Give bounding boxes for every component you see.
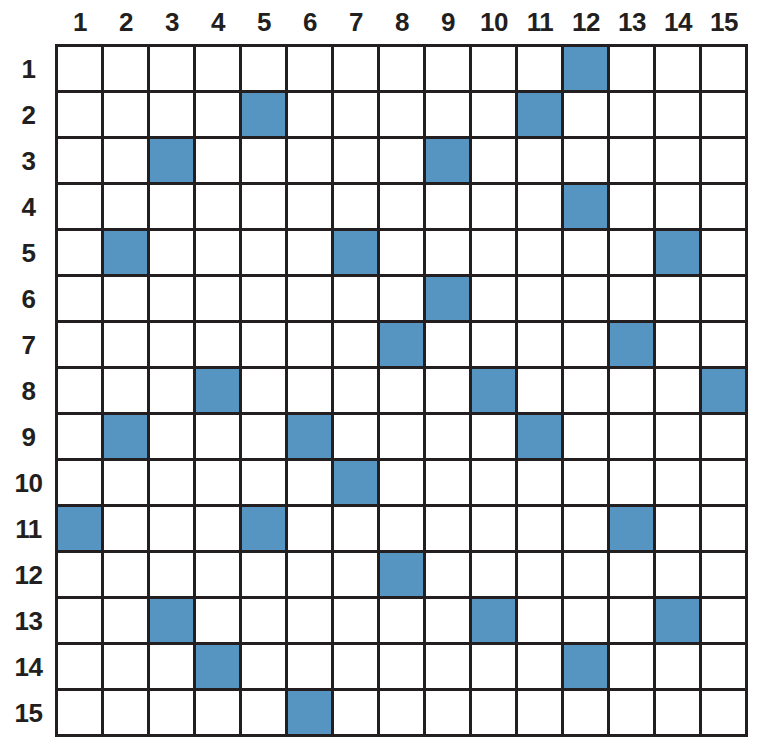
grid-cell-filled-r11c1[interactable] (58, 507, 101, 550)
grid-cell-r5c5[interactable] (242, 231, 285, 274)
grid-cell-r14c8[interactable] (380, 645, 423, 688)
grid-cell-r14c10[interactable] (472, 645, 515, 688)
grid-cell-r7c15[interactable] (702, 323, 745, 366)
grid-cell-r14c15[interactable] (702, 645, 745, 688)
grid-cell-r6c6[interactable] (288, 277, 331, 320)
grid-cell-r3c4[interactable] (196, 139, 239, 182)
grid-cell-r2c2[interactable] (104, 93, 147, 136)
grid-cell-r13c5[interactable] (242, 599, 285, 642)
grid-cell-r10c10[interactable] (472, 461, 515, 504)
grid-cell-r7c4[interactable] (196, 323, 239, 366)
grid-cell-r1c9[interactable] (426, 47, 469, 90)
grid-cell-r7c9[interactable] (426, 323, 469, 366)
grid-cell-r1c11[interactable] (518, 47, 561, 90)
row-label-2: 2 (22, 102, 36, 128)
grid-cell-r3c15[interactable] (702, 139, 745, 182)
corner-spacer (2, 0, 55, 44)
grid-cell-r3c13[interactable] (610, 139, 653, 182)
grid-cell-r8c7[interactable] (334, 369, 377, 412)
grid-cell-r10c13[interactable] (610, 461, 653, 504)
grid-cell-filled-r9c11[interactable] (518, 415, 561, 458)
grid-cell-filled-r13c3[interactable] (150, 599, 193, 642)
grid-cell-r8c2[interactable] (104, 369, 147, 412)
grid-cell-r10c8[interactable] (380, 461, 423, 504)
grid-cell-r6c8[interactable] (380, 277, 423, 320)
grid-cell-r1c3[interactable] (150, 47, 193, 90)
grid-cell-r5c10[interactable] (472, 231, 515, 274)
column-labels: 123456789101112131415 (55, 0, 760, 44)
grid-cell-r10c12[interactable] (564, 461, 607, 504)
row-label-1: 1 (22, 56, 36, 82)
grid-cell-r15c1[interactable] (58, 691, 101, 734)
grid-cell-r10c15[interactable] (702, 461, 745, 504)
grid-cell-r11c8[interactable] (380, 507, 423, 550)
row-label-12: 12 (15, 562, 43, 588)
row-label-6: 6 (22, 286, 36, 312)
grid-cell-r1c2[interactable] (104, 47, 147, 90)
grid-cell-r5c9[interactable] (426, 231, 469, 274)
grid-cell-r3c14[interactable] (656, 139, 699, 182)
grid-cell-r13c4[interactable] (196, 599, 239, 642)
grid-cell-r7c2[interactable] (104, 323, 147, 366)
grid-cell-r9c3[interactable] (150, 415, 193, 458)
grid-cell-filled-r9c2[interactable] (104, 415, 147, 458)
row-label-8: 8 (22, 378, 36, 404)
grid-cell-r14c6[interactable] (288, 645, 331, 688)
grid-cell-r6c2[interactable] (104, 277, 147, 320)
grid-cell-r14c3[interactable] (150, 645, 193, 688)
grid-cell-r5c3[interactable] (150, 231, 193, 274)
grid-cell-r7c14[interactable] (656, 323, 699, 366)
grid-cell-r6c4[interactable] (196, 277, 239, 320)
grid-cell-filled-r3c3[interactable] (150, 139, 193, 182)
grid-cell-r12c3[interactable] (150, 553, 193, 596)
grid-cell-r1c15[interactable] (702, 47, 745, 90)
grid-cell-filled-r12c8[interactable] (380, 553, 423, 596)
grid-cell-r12c10[interactable] (472, 553, 515, 596)
grid-cell-r12c14[interactable] (656, 553, 699, 596)
grid-cell-r2c7[interactable] (334, 93, 377, 136)
grid-cell-r10c14[interactable] (656, 461, 699, 504)
grid-cell-r15c7[interactable] (334, 691, 377, 734)
grid-cell-r1c14[interactable] (656, 47, 699, 90)
grid-cell-r14c7[interactable] (334, 645, 377, 688)
grid-cell-r13c15[interactable] (702, 599, 745, 642)
grid-cell-r15c4[interactable] (196, 691, 239, 734)
col-label-3: 3 (165, 9, 179, 35)
grid-cell-r2c1[interactable] (58, 93, 101, 136)
grid-cell-r9c14[interactable] (656, 415, 699, 458)
puzzle-grid (55, 44, 748, 737)
grid-cell-r15c3[interactable] (150, 691, 193, 734)
grid-cell-filled-r9c6[interactable] (288, 415, 331, 458)
grid-cell-r7c6[interactable] (288, 323, 331, 366)
grid-cell-r3c6[interactable] (288, 139, 331, 182)
grid-cell-r4c10[interactable] (472, 185, 515, 228)
grid-cell-r6c13[interactable] (610, 277, 653, 320)
grid-cell-r3c7[interactable] (334, 139, 377, 182)
grid-cell-r3c11[interactable] (518, 139, 561, 182)
grid-cell-r12c2[interactable] (104, 553, 147, 596)
grid-cell-r10c6[interactable] (288, 461, 331, 504)
grid-cell-r7c5[interactable] (242, 323, 285, 366)
grid-cell-r4c4[interactable] (196, 185, 239, 228)
grid-cell-r2c8[interactable] (380, 93, 423, 136)
row-label-14: 14 (15, 654, 43, 680)
grid-cell-r9c13[interactable] (610, 415, 653, 458)
grid-cell-r15c14[interactable] (656, 691, 699, 734)
grid-cell-r11c9[interactable] (426, 507, 469, 550)
grid-cell-r8c3[interactable] (150, 369, 193, 412)
grid-cell-r8c6[interactable] (288, 369, 331, 412)
grid-cell-r1c4[interactable] (196, 47, 239, 90)
grid-cell-r9c4[interactable] (196, 415, 239, 458)
row-label-13: 13 (15, 608, 43, 634)
row-label-4: 4 (22, 194, 36, 220)
grid-cell-r2c3[interactable] (150, 93, 193, 136)
grid-cell-r4c6[interactable] (288, 185, 331, 228)
grid-cell-r1c6[interactable] (288, 47, 331, 90)
grid-cell-filled-r5c2[interactable] (104, 231, 147, 274)
grid-cell-r4c2[interactable] (104, 185, 147, 228)
grid-cell-r13c7[interactable] (334, 599, 377, 642)
grid-cell-r7c11[interactable] (518, 323, 561, 366)
grid-cell-r15c2[interactable] (104, 691, 147, 734)
grid-cell-r1c10[interactable] (472, 47, 515, 90)
grid-cell-filled-r1c12[interactable] (564, 47, 607, 90)
grid-cell-r14c11[interactable] (518, 645, 561, 688)
grid-cell-r11c10[interactable] (472, 507, 515, 550)
grid-cell-r15c15[interactable] (702, 691, 745, 734)
grid-cell-r12c6[interactable] (288, 553, 331, 596)
grid-cell-r15c12[interactable] (564, 691, 607, 734)
grid-cell-r12c1[interactable] (58, 553, 101, 596)
row-label-3: 3 (22, 148, 36, 174)
grid-cell-r14c1[interactable] (58, 645, 101, 688)
col-label-13: 13 (618, 9, 646, 35)
grid-cell-r5c11[interactable] (518, 231, 561, 274)
grid-cell-r5c8[interactable] (380, 231, 423, 274)
grid-cell-r10c9[interactable] (426, 461, 469, 504)
grid-cell-r13c1[interactable] (58, 599, 101, 642)
grid-cell-r6c14[interactable] (656, 277, 699, 320)
grid-cell-r12c12[interactable] (564, 553, 607, 596)
col-label-15: 15 (710, 9, 738, 35)
grid-cell-r11c12[interactable] (564, 507, 607, 550)
grid-cell-r9c8[interactable] (380, 415, 423, 458)
grid-cell-r4c13[interactable] (610, 185, 653, 228)
grid-cell-r4c1[interactable] (58, 185, 101, 228)
grid-cell-r2c9[interactable] (426, 93, 469, 136)
grid-cell-filled-r5c14[interactable] (656, 231, 699, 274)
row-label-9: 9 (22, 424, 36, 450)
grid-cell-r9c12[interactable] (564, 415, 607, 458)
grid-cell-r12c4[interactable] (196, 553, 239, 596)
grid-cell-r7c7[interactable] (334, 323, 377, 366)
grid-cell-r6c11[interactable] (518, 277, 561, 320)
grid-cell-r1c13[interactable] (610, 47, 653, 90)
grid-cell-r8c14[interactable] (656, 369, 699, 412)
grid-cell-r11c7[interactable] (334, 507, 377, 550)
grid-cell-r8c12[interactable] (564, 369, 607, 412)
grid-cell-r3c8[interactable] (380, 139, 423, 182)
grid-cell-filled-r5c7[interactable] (334, 231, 377, 274)
grid-cell-r14c13[interactable] (610, 645, 653, 688)
grid-cell-r15c10[interactable] (472, 691, 515, 734)
col-label-1: 1 (73, 9, 87, 35)
grid-cell-r8c5[interactable] (242, 369, 285, 412)
grid-cell-r11c6[interactable] (288, 507, 331, 550)
grid-cell-r6c12[interactable] (564, 277, 607, 320)
col-label-4: 4 (211, 9, 225, 35)
grid-cell-r12c5[interactable] (242, 553, 285, 596)
grid-cell-r7c1[interactable] (58, 323, 101, 366)
grid-cell-r6c5[interactable] (242, 277, 285, 320)
row-label-7: 7 (22, 332, 36, 358)
grid-cell-r3c10[interactable] (472, 139, 515, 182)
grid-cell-r1c5[interactable] (242, 47, 285, 90)
grid-cell-filled-r14c12[interactable] (564, 645, 607, 688)
grid-cell-r8c8[interactable] (380, 369, 423, 412)
col-label-5: 5 (257, 9, 271, 35)
grid-cell-r9c10[interactable] (472, 415, 515, 458)
grid-cell-r6c7[interactable] (334, 277, 377, 320)
grid-cell-filled-r3c9[interactable] (426, 139, 469, 182)
puzzle-diagram: 123456789101112131415 123456789101112131… (0, 0, 760, 737)
col-label-6: 6 (303, 9, 317, 35)
grid-cell-r7c10[interactable] (472, 323, 515, 366)
grid-cell-r4c14[interactable] (656, 185, 699, 228)
grid-cell-r11c14[interactable] (656, 507, 699, 550)
grid-cell-r14c9[interactable] (426, 645, 469, 688)
col-label-2: 2 (119, 9, 133, 35)
grid-cell-r5c15[interactable] (702, 231, 745, 274)
grid-cell-r4c7[interactable] (334, 185, 377, 228)
col-label-9: 9 (441, 9, 455, 35)
grid-cell-r11c15[interactable] (702, 507, 745, 550)
grid-cell-r8c1[interactable] (58, 369, 101, 412)
grid-cell-r5c4[interactable] (196, 231, 239, 274)
grid-cell-r2c6[interactable] (288, 93, 331, 136)
grid-cell-r15c13[interactable] (610, 691, 653, 734)
grid-cell-r13c8[interactable] (380, 599, 423, 642)
grid-cell-r13c12[interactable] (564, 599, 607, 642)
row-label-10: 10 (15, 470, 43, 496)
grid-cell-filled-r13c14[interactable] (656, 599, 699, 642)
grid-cell-r3c12[interactable] (564, 139, 607, 182)
grid-cell-r8c9[interactable] (426, 369, 469, 412)
grid-cell-filled-r7c13[interactable] (610, 323, 653, 366)
grid-cell-filled-r2c5[interactable] (242, 93, 285, 136)
grid-cell-r9c1[interactable] (58, 415, 101, 458)
grid-cell-r5c13[interactable] (610, 231, 653, 274)
grid-cell-r10c5[interactable] (242, 461, 285, 504)
grid-cell-r4c11[interactable] (518, 185, 561, 228)
grid-cell-r14c5[interactable] (242, 645, 285, 688)
grid-cell-r3c2[interactable] (104, 139, 147, 182)
grid-cell-r1c8[interactable] (380, 47, 423, 90)
grid-cell-r2c10[interactable] (472, 93, 515, 136)
grid-cell-r12c11[interactable] (518, 553, 561, 596)
grid-cell-r10c4[interactable] (196, 461, 239, 504)
grid-cell-filled-r10c7[interactable] (334, 461, 377, 504)
grid-cell-r2c15[interactable] (702, 93, 745, 136)
grid-cell-filled-r4c12[interactable] (564, 185, 607, 228)
grid-cell-filled-r8c10[interactable] (472, 369, 515, 412)
grid-cell-r2c13[interactable] (610, 93, 653, 136)
grid-cell-filled-r13c10[interactable] (472, 599, 515, 642)
grid-cell-r7c12[interactable] (564, 323, 607, 366)
grid-cell-r1c1[interactable] (58, 47, 101, 90)
grid-cell-r9c9[interactable] (426, 415, 469, 458)
grid-cell-r12c13[interactable] (610, 553, 653, 596)
grid-cell-r11c11[interactable] (518, 507, 561, 550)
grid-cell-r5c1[interactable] (58, 231, 101, 274)
grid-cell-r15c5[interactable] (242, 691, 285, 734)
grid-cell-r11c2[interactable] (104, 507, 147, 550)
grid-cell-filled-r15c6[interactable] (288, 691, 331, 734)
grid-cell-r4c15[interactable] (702, 185, 745, 228)
grid-cell-r11c3[interactable] (150, 507, 193, 550)
grid-cell-r15c11[interactable] (518, 691, 561, 734)
row-labels: 123456789101112131415 (2, 44, 55, 737)
grid-cell-r10c3[interactable] (150, 461, 193, 504)
grid-cell-r2c12[interactable] (564, 93, 607, 136)
grid-cell-r10c2[interactable] (104, 461, 147, 504)
grid-cell-r5c12[interactable] (564, 231, 607, 274)
grid-cell-r12c15[interactable] (702, 553, 745, 596)
grid-cell-r14c2[interactable] (104, 645, 147, 688)
grid-cell-r4c8[interactable] (380, 185, 423, 228)
row-label-11: 11 (15, 516, 42, 542)
grid-cell-r15c9[interactable] (426, 691, 469, 734)
grid-cell-r4c5[interactable] (242, 185, 285, 228)
grid-cell-r8c13[interactable] (610, 369, 653, 412)
grid-cell-r14c14[interactable] (656, 645, 699, 688)
grid-cell-filled-r2c11[interactable] (518, 93, 561, 136)
grid-cell-r10c1[interactable] (58, 461, 101, 504)
grid-cell-r11c4[interactable] (196, 507, 239, 550)
grid-cell-r5c6[interactable] (288, 231, 331, 274)
grid-cell-r9c15[interactable] (702, 415, 745, 458)
row-label-15: 15 (15, 700, 43, 726)
col-label-8: 8 (395, 9, 409, 35)
col-label-7: 7 (349, 9, 363, 35)
grid-cell-r13c11[interactable] (518, 599, 561, 642)
grid-cell-r12c9[interactable] (426, 553, 469, 596)
grid-cell-r6c15[interactable] (702, 277, 745, 320)
grid-cell-r13c13[interactable] (610, 599, 653, 642)
grid-cell-r9c5[interactable] (242, 415, 285, 458)
grid-cell-r4c9[interactable] (426, 185, 469, 228)
grid-cell-r9c7[interactable] (334, 415, 377, 458)
grid-cell-filled-r8c4[interactable] (196, 369, 239, 412)
grid-cell-r2c14[interactable] (656, 93, 699, 136)
col-label-14: 14 (664, 9, 692, 35)
grid-cell-r13c9[interactable] (426, 599, 469, 642)
grid-cell-r15c8[interactable] (380, 691, 423, 734)
grid-cell-r3c5[interactable] (242, 139, 285, 182)
grid-cell-r13c2[interactable] (104, 599, 147, 642)
grid-cell-filled-r6c9[interactable] (426, 277, 469, 320)
grid-cell-r12c7[interactable] (334, 553, 377, 596)
grid-cell-r8c11[interactable] (518, 369, 561, 412)
grid-cell-r6c1[interactable] (58, 277, 101, 320)
grid-cell-r6c10[interactable] (472, 277, 515, 320)
grid-cell-r10c11[interactable] (518, 461, 561, 504)
grid-cell-r6c3[interactable] (150, 277, 193, 320)
grid-cell-filled-r8c15[interactable] (702, 369, 745, 412)
grid-cell-r13c6[interactable] (288, 599, 331, 642)
grid-cell-filled-r7c8[interactable] (380, 323, 423, 366)
col-label-11: 11 (527, 9, 554, 35)
grid-cell-r1c7[interactable] (334, 47, 377, 90)
grid-cell-filled-r11c5[interactable] (242, 507, 285, 550)
grid-cell-r2c4[interactable] (196, 93, 239, 136)
grid-cell-r3c1[interactable] (58, 139, 101, 182)
grid-cell-filled-r11c13[interactable] (610, 507, 653, 550)
grid-cell-filled-r14c4[interactable] (196, 645, 239, 688)
col-label-10: 10 (480, 9, 508, 35)
col-label-12: 12 (572, 9, 600, 35)
row-label-5: 5 (22, 240, 36, 266)
grid-cell-r4c3[interactable] (150, 185, 193, 228)
grid-cell-r7c3[interactable] (150, 323, 193, 366)
